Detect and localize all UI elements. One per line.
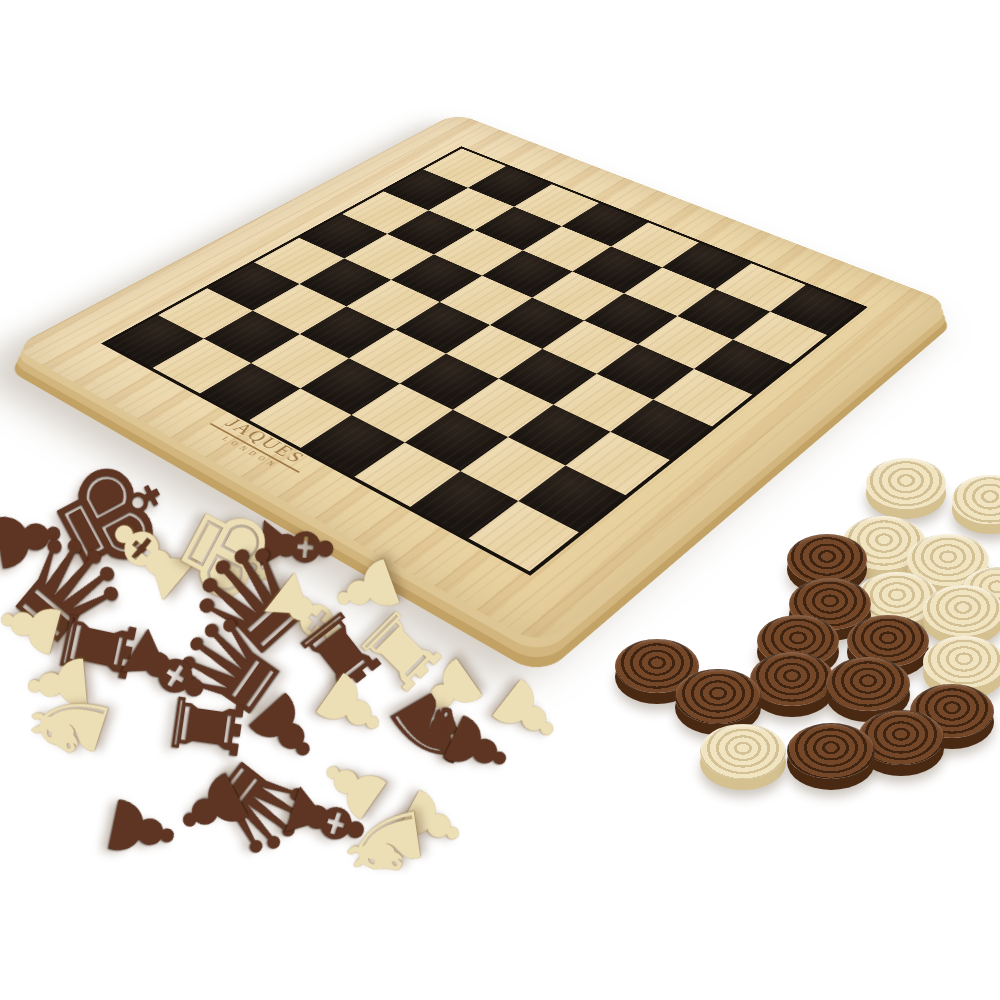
checker-piece-dark bbox=[750, 652, 834, 706]
chess-piece-dark-pawn: ♟ bbox=[93, 784, 191, 875]
checker-piece-dark bbox=[787, 723, 875, 779]
chess-piece-cream-knight: ♞ bbox=[329, 794, 438, 895]
checker-piece-dark bbox=[826, 657, 910, 711]
checker-piece-cream bbox=[923, 585, 1000, 636]
checker-piece-cream bbox=[923, 636, 1000, 688]
checker-piece-cream bbox=[952, 475, 1000, 524]
checker-piece-dark bbox=[675, 669, 761, 724]
product-photo-scene: JAQUES LONDON ♟♚♛♝♚♛♝♜♝♟♜♟♜♟♞♝♛♜♟♟♞♟♟♟♟♟… bbox=[0, 0, 1000, 1000]
checker-piece-cream bbox=[866, 458, 946, 509]
checker-piece-dark bbox=[787, 534, 867, 585]
checker-piece-cream bbox=[700, 724, 786, 779]
